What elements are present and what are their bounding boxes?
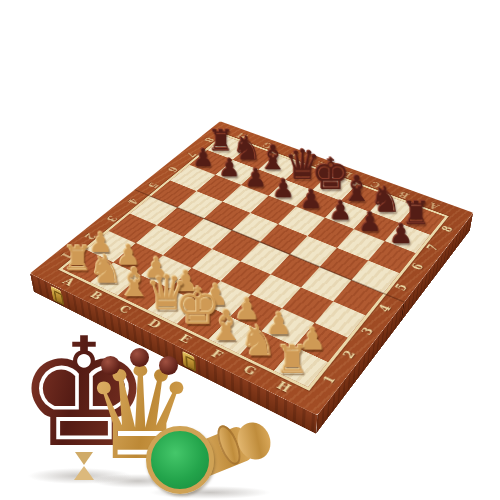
brass-latch-right [183,351,196,372]
file-label-far-e: E [313,160,327,169]
square-g7: ♟ [354,212,400,241]
green-felt-base [146,426,214,494]
rank-label-5: 5 [393,282,410,293]
board-scene: ♜♞♝♛♚♝♞♜♟♟♟♟♟♟♟♟♟♟♟♟♟♟♟♟♜♞♝♛♚♝♞♜ AABBCCD… [100,82,420,402]
board-grid: ♜♞♝♛♚♝♞♜♟♟♟♟♟♟♟♟♟♟♟♟♟♟♟♟♜♞♝♛♚♝♞♜ [63,136,445,387]
file-label-far-b: B [397,190,412,200]
pawn-shadow [150,486,270,499]
file-label-g: G [240,363,259,378]
display-pawn-on-side [146,416,276,496]
file-label-far-d: D [340,169,355,178]
rank-label-7: 7 [425,243,441,253]
rank-label-6: 6 [410,262,427,272]
pawn-collar [213,422,245,468]
black-bishop-f8: ♝ [340,171,373,206]
king-finial [72,304,96,465]
brass-latch-left [50,286,63,306]
rank-label-1: 1 [320,373,339,386]
fold-seam-edge [401,302,404,322]
rank-label-4: 4 [376,303,394,314]
file-label-f: F [208,348,225,362]
rank-label-2: 2 [340,349,359,361]
file-label-far-h: H [235,131,250,140]
chess-board: ♜♞♝♛♚♝♞♜♟♟♟♟♟♟♟♟♟♟♟♟♟♟♟♟♜♞♝♛♚♝♞♜ AABBCCD… [30,121,473,415]
file-label-far-f: F [287,150,300,158]
file-label-far-g: G [261,141,275,150]
file-label-b: B [87,289,105,302]
queen-shadow [92,474,184,488]
rank-label-left-3: 3 [104,214,120,223]
rank-label-left-2: 2 [81,232,97,241]
file-label-far-c: C [369,180,383,189]
file-label-c: C [116,303,134,316]
square-f7: ♟ [324,201,369,230]
file-label-far-a: A [427,201,441,211]
king-shadow [28,468,132,484]
rank-label-left-1: 1 [58,250,74,260]
rank-label-left-4: 4 [125,197,140,205]
rank-label-left-5: 5 [145,181,160,189]
file-label-e: E [176,332,194,346]
rank-label-left-6: 6 [165,165,180,173]
rank-label-3: 3 [358,325,376,337]
square-h8: ♜ [400,206,445,235]
file-label-a: A [60,276,77,288]
rank-label-left-8: 8 [201,136,215,143]
file-label-h: H [274,379,294,395]
rank-label-left-7: 7 [183,151,197,158]
white-pawn-a2: ♟ [83,228,118,255]
rank-label-8: 8 [440,225,456,234]
file-label-d: D [145,317,164,331]
product-photo: ♜♞♝♛♚♝♞♜♟♟♟♟♟♟♟♟♟♟♟♟♟♟♟♟♜♞♝♛♚♝♞♜ AABBCCD… [0,0,500,500]
pawn-body [186,424,257,481]
pawn-head [232,417,276,464]
